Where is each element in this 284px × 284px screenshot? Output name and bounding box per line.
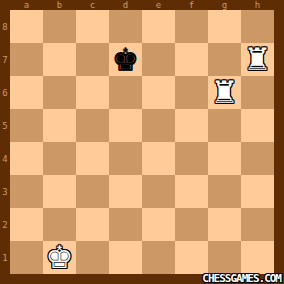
rank-label-4: 4 xyxy=(0,142,10,175)
square-c8[interactable] xyxy=(76,10,109,43)
square-d1[interactable] xyxy=(109,241,142,274)
square-a8[interactable] xyxy=(10,10,43,43)
square-b2[interactable] xyxy=(43,208,76,241)
rank-label-1: 1 xyxy=(0,241,10,274)
rank-label-8: 8 xyxy=(0,10,10,43)
chess-board-frame: abcdefgh 87654321 ♚♜♜♚ CHESSGAMES.COM xyxy=(0,0,284,284)
file-label-g: g xyxy=(208,0,241,10)
square-e4[interactable] xyxy=(142,142,175,175)
square-e8[interactable] xyxy=(142,10,175,43)
square-g8[interactable] xyxy=(208,10,241,43)
square-f3[interactable] xyxy=(175,175,208,208)
square-a6[interactable] xyxy=(10,76,43,109)
square-f4[interactable] xyxy=(175,142,208,175)
square-b6[interactable] xyxy=(43,76,76,109)
rank-label-5: 5 xyxy=(0,109,10,142)
file-label-d: d xyxy=(109,0,142,10)
white-rook[interactable]: ♜ xyxy=(208,76,241,109)
square-h8[interactable] xyxy=(241,10,274,43)
file-label-a: a xyxy=(10,0,43,10)
square-h6[interactable] xyxy=(241,76,274,109)
square-b4[interactable] xyxy=(43,142,76,175)
square-b5[interactable] xyxy=(43,109,76,142)
square-g1[interactable] xyxy=(208,241,241,274)
white-king[interactable]: ♚ xyxy=(43,241,76,274)
square-f6[interactable] xyxy=(175,76,208,109)
square-c3[interactable] xyxy=(76,175,109,208)
square-a7[interactable] xyxy=(10,43,43,76)
square-f8[interactable] xyxy=(175,10,208,43)
square-g3[interactable] xyxy=(208,175,241,208)
rank-labels: 87654321 xyxy=(0,10,10,274)
chess-board: ♚♜♜♚ xyxy=(10,10,274,274)
square-e2[interactable] xyxy=(142,208,175,241)
square-a1[interactable] xyxy=(10,241,43,274)
file-label-b: b xyxy=(43,0,76,10)
rank-label-6: 6 xyxy=(0,76,10,109)
square-f1[interactable] xyxy=(175,241,208,274)
square-b3[interactable] xyxy=(43,175,76,208)
square-b1[interactable]: ♚ xyxy=(43,241,76,274)
square-h3[interactable] xyxy=(241,175,274,208)
square-c1[interactable] xyxy=(76,241,109,274)
square-c2[interactable] xyxy=(76,208,109,241)
square-c6[interactable] xyxy=(76,76,109,109)
file-label-e: e xyxy=(142,0,175,10)
square-h7[interactable]: ♜ xyxy=(241,43,274,76)
rank-label-2: 2 xyxy=(0,208,10,241)
square-a4[interactable] xyxy=(10,142,43,175)
square-e6[interactable] xyxy=(142,76,175,109)
rank-label-7: 7 xyxy=(0,43,10,76)
chessgames-watermark: CHESSGAMES.COM xyxy=(202,272,281,284)
square-d3[interactable] xyxy=(109,175,142,208)
file-label-f: f xyxy=(175,0,208,10)
square-c7[interactable] xyxy=(76,43,109,76)
square-a3[interactable] xyxy=(10,175,43,208)
rank-label-3: 3 xyxy=(0,175,10,208)
square-h4[interactable] xyxy=(241,142,274,175)
square-b7[interactable] xyxy=(43,43,76,76)
square-d8[interactable] xyxy=(109,10,142,43)
square-d7[interactable]: ♚ xyxy=(109,43,142,76)
black-king[interactable]: ♚ xyxy=(109,43,142,76)
square-h5[interactable] xyxy=(241,109,274,142)
square-e1[interactable] xyxy=(142,241,175,274)
square-d2[interactable] xyxy=(109,208,142,241)
square-h2[interactable] xyxy=(241,208,274,241)
square-g4[interactable] xyxy=(208,142,241,175)
square-f5[interactable] xyxy=(175,109,208,142)
square-d6[interactable] xyxy=(109,76,142,109)
square-c4[interactable] xyxy=(76,142,109,175)
square-e3[interactable] xyxy=(142,175,175,208)
square-g6[interactable]: ♜ xyxy=(208,76,241,109)
square-g2[interactable] xyxy=(208,208,241,241)
file-labels: abcdefgh xyxy=(10,0,274,10)
square-b8[interactable] xyxy=(43,10,76,43)
square-a5[interactable] xyxy=(10,109,43,142)
square-h1[interactable] xyxy=(241,241,274,274)
file-label-h: h xyxy=(241,0,274,10)
square-g7[interactable] xyxy=(208,43,241,76)
square-d5[interactable] xyxy=(109,109,142,142)
square-e5[interactable] xyxy=(142,109,175,142)
file-label-c: c xyxy=(76,0,109,10)
square-e7[interactable] xyxy=(142,43,175,76)
white-rook[interactable]: ♜ xyxy=(241,43,274,76)
square-f2[interactable] xyxy=(175,208,208,241)
square-g5[interactable] xyxy=(208,109,241,142)
square-a2[interactable] xyxy=(10,208,43,241)
square-f7[interactable] xyxy=(175,43,208,76)
square-c5[interactable] xyxy=(76,109,109,142)
square-d4[interactable] xyxy=(109,142,142,175)
